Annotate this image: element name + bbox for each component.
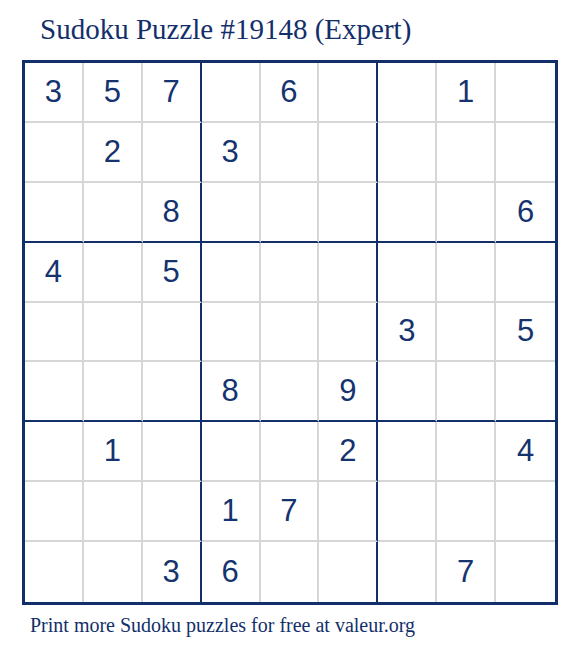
cell-r8c3[interactable] bbox=[143, 482, 202, 542]
cell-r7c1[interactable] bbox=[25, 422, 84, 482]
cell-r9c6[interactable] bbox=[319, 542, 378, 602]
cell-r6c1[interactable] bbox=[25, 362, 84, 422]
cell-r4c2[interactable] bbox=[84, 243, 143, 303]
cell-r3c5[interactable] bbox=[261, 183, 320, 243]
cell-r5c3[interactable] bbox=[143, 303, 202, 363]
cell-r5c7[interactable]: 3 bbox=[378, 303, 437, 363]
cell-r8c1[interactable] bbox=[25, 482, 84, 542]
cell-r6c3[interactable] bbox=[143, 362, 202, 422]
cell-r7c9[interactable]: 4 bbox=[496, 422, 555, 482]
cell-r6c7[interactable] bbox=[378, 362, 437, 422]
cell-r5c8[interactable] bbox=[437, 303, 496, 363]
cell-r4c5[interactable] bbox=[261, 243, 320, 303]
cell-r2c4[interactable]: 3 bbox=[202, 123, 261, 183]
cell-r4c9[interactable] bbox=[496, 243, 555, 303]
cell-r1c4[interactable] bbox=[202, 63, 261, 123]
cell-r8c2[interactable] bbox=[84, 482, 143, 542]
cell-r2c5[interactable] bbox=[261, 123, 320, 183]
sudoku-board: 35761238645358912417367 bbox=[22, 60, 558, 605]
cell-r8c9[interactable] bbox=[496, 482, 555, 542]
cell-r8c4[interactable]: 1 bbox=[202, 482, 261, 542]
cell-r2c8[interactable] bbox=[437, 123, 496, 183]
cell-r9c5[interactable] bbox=[261, 542, 320, 602]
cell-r8c7[interactable] bbox=[378, 482, 437, 542]
cell-r9c9[interactable] bbox=[496, 542, 555, 602]
cell-r9c2[interactable] bbox=[84, 542, 143, 602]
footer-text: Print more Sudoku puzzles for free at va… bbox=[30, 614, 415, 637]
cell-r5c1[interactable] bbox=[25, 303, 84, 363]
cell-r2c9[interactable] bbox=[496, 123, 555, 183]
cell-r5c5[interactable] bbox=[261, 303, 320, 363]
cell-r9c4[interactable]: 6 bbox=[202, 542, 261, 602]
cell-r2c7[interactable] bbox=[378, 123, 437, 183]
cell-r4c6[interactable] bbox=[319, 243, 378, 303]
cell-r4c1[interactable]: 4 bbox=[25, 243, 84, 303]
cell-r7c7[interactable] bbox=[378, 422, 437, 482]
cell-r1c3[interactable]: 7 bbox=[143, 63, 202, 123]
cell-r1c7[interactable] bbox=[378, 63, 437, 123]
cell-r1c9[interactable] bbox=[496, 63, 555, 123]
cell-r7c6[interactable]: 2 bbox=[319, 422, 378, 482]
cell-r1c5[interactable]: 6 bbox=[261, 63, 320, 123]
cell-r8c5[interactable]: 7 bbox=[261, 482, 320, 542]
cell-r3c2[interactable] bbox=[84, 183, 143, 243]
cell-r1c6[interactable] bbox=[319, 63, 378, 123]
sudoku-page: Sudoku Puzzle #19148 (Expert) 3576123864… bbox=[0, 0, 580, 651]
cell-r2c6[interactable] bbox=[319, 123, 378, 183]
cell-r6c9[interactable] bbox=[496, 362, 555, 422]
cell-r4c7[interactable] bbox=[378, 243, 437, 303]
cell-r9c8[interactable]: 7 bbox=[437, 542, 496, 602]
cell-r8c6[interactable] bbox=[319, 482, 378, 542]
cell-r1c2[interactable]: 5 bbox=[84, 63, 143, 123]
cell-r2c2[interactable]: 2 bbox=[84, 123, 143, 183]
cell-r7c5[interactable] bbox=[261, 422, 320, 482]
cell-r6c5[interactable] bbox=[261, 362, 320, 422]
cell-r5c2[interactable] bbox=[84, 303, 143, 363]
cell-r7c3[interactable] bbox=[143, 422, 202, 482]
cell-r1c8[interactable]: 1 bbox=[437, 63, 496, 123]
cell-r8c8[interactable] bbox=[437, 482, 496, 542]
page-title: Sudoku Puzzle #19148 (Expert) bbox=[40, 13, 411, 46]
cell-r5c6[interactable] bbox=[319, 303, 378, 363]
cell-r4c4[interactable] bbox=[202, 243, 261, 303]
cell-r9c1[interactable] bbox=[25, 542, 84, 602]
cell-r6c4[interactable]: 8 bbox=[202, 362, 261, 422]
cell-r2c1[interactable] bbox=[25, 123, 84, 183]
cell-r7c8[interactable] bbox=[437, 422, 496, 482]
cell-r4c8[interactable] bbox=[437, 243, 496, 303]
cell-r6c2[interactable] bbox=[84, 362, 143, 422]
cell-r2c3[interactable] bbox=[143, 123, 202, 183]
cell-r5c9[interactable]: 5 bbox=[496, 303, 555, 363]
cell-r6c8[interactable] bbox=[437, 362, 496, 422]
cell-r5c4[interactable] bbox=[202, 303, 261, 363]
cell-r1c1[interactable]: 3 bbox=[25, 63, 84, 123]
cell-r3c4[interactable] bbox=[202, 183, 261, 243]
cell-r3c3[interactable]: 8 bbox=[143, 183, 202, 243]
cell-r3c7[interactable] bbox=[378, 183, 437, 243]
cell-r4c3[interactable]: 5 bbox=[143, 243, 202, 303]
cell-r6c6[interactable]: 9 bbox=[319, 362, 378, 422]
cell-r7c4[interactable] bbox=[202, 422, 261, 482]
cell-r7c2[interactable]: 1 bbox=[84, 422, 143, 482]
cell-r3c9[interactable]: 6 bbox=[496, 183, 555, 243]
cell-r9c7[interactable] bbox=[378, 542, 437, 602]
cell-r3c8[interactable] bbox=[437, 183, 496, 243]
cell-r3c6[interactable] bbox=[319, 183, 378, 243]
cell-r9c3[interactable]: 3 bbox=[143, 542, 202, 602]
cell-r3c1[interactable] bbox=[25, 183, 84, 243]
